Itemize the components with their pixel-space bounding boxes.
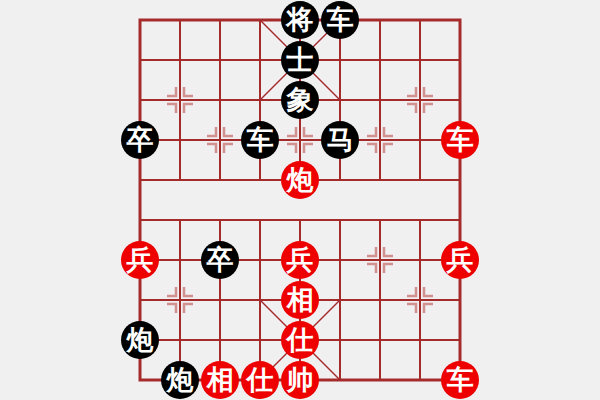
piece-red-elephant[interactable]: 相 <box>281 281 319 319</box>
piece-red-soldier[interactable]: 兵 <box>441 241 479 279</box>
piece-black-general[interactable]: 将 <box>281 1 319 39</box>
piece-black-horse[interactable]: 马 <box>321 121 359 159</box>
piece-black-advisor[interactable]: 士 <box>281 41 319 79</box>
piece-red-chariot[interactable]: 车 <box>441 121 479 159</box>
piece-red-soldier[interactable]: 兵 <box>281 241 319 279</box>
piece-red-chariot[interactable]: 车 <box>441 361 479 399</box>
piece-layer: 将车士象卒车马车炮兵卒兵兵相炮仕炮相仕帅车 <box>120 0 480 400</box>
piece-red-elephant[interactable]: 相 <box>201 361 239 399</box>
piece-black-soldier[interactable]: 卒 <box>201 241 239 279</box>
screenshot-canvas: 将车士象卒车马车炮兵卒兵兵相炮仕炮相仕帅车 <box>0 0 600 400</box>
piece-red-soldier[interactable]: 兵 <box>121 241 159 279</box>
piece-black-cannon[interactable]: 炮 <box>121 321 159 359</box>
piece-black-soldier[interactable]: 卒 <box>121 121 159 159</box>
xiangqi-board[interactable]: 将车士象卒车马车炮兵卒兵兵相炮仕炮相仕帅车 <box>0 0 600 400</box>
piece-black-elephant[interactable]: 象 <box>281 81 319 119</box>
piece-red-advisor[interactable]: 仕 <box>241 361 279 399</box>
piece-red-general[interactable]: 帅 <box>281 361 319 399</box>
piece-red-advisor[interactable]: 仕 <box>281 321 319 359</box>
piece-red-cannon[interactable]: 炮 <box>281 161 319 199</box>
piece-black-chariot[interactable]: 车 <box>321 1 359 39</box>
piece-black-chariot[interactable]: 车 <box>241 121 279 159</box>
piece-black-cannon[interactable]: 炮 <box>161 361 199 399</box>
